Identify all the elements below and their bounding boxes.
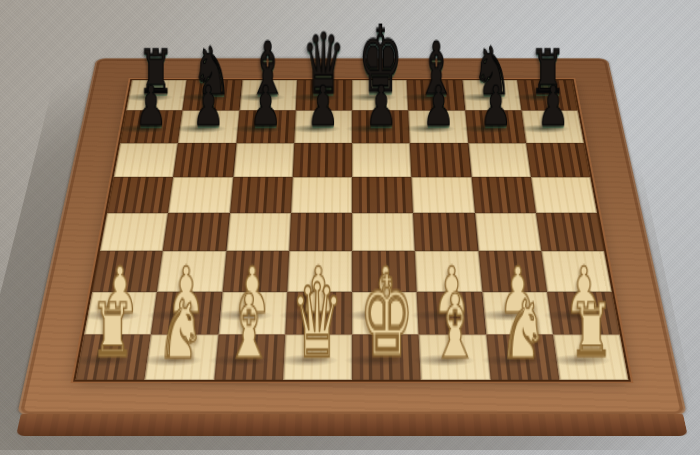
board-grid: ♜♞♝♛♚♝♞♜♟♟♟♟♟♟♟♟♟♟♟♟♟♟♟♟♜♞♝♛♚♝♞♜ [76, 80, 629, 380]
piece-white-knight: ♞ [499, 289, 547, 370]
square-c5[interactable] [230, 177, 293, 213]
piece-black-pawn: ♟ [537, 79, 569, 134]
piece-white-bishop: ♝ [225, 282, 273, 371]
square-h4[interactable] [536, 213, 604, 251]
square-d1[interactable]: ♛ [283, 334, 352, 380]
square-a6[interactable] [114, 143, 178, 177]
square-a5[interactable] [107, 177, 173, 213]
square-g5[interactable] [471, 177, 536, 213]
piece-black-pawn: ♟ [250, 79, 282, 134]
square-b1[interactable]: ♞ [145, 334, 218, 380]
piece-black-pawn: ♟ [307, 79, 339, 134]
piece-white-rook: ♜ [90, 294, 134, 368]
square-a4[interactable] [100, 213, 168, 251]
piece-white-queen: ♛ [291, 271, 343, 373]
square-d7[interactable]: ♟ [294, 111, 352, 143]
board-frame-front-edge [16, 414, 688, 436]
square-c1[interactable]: ♝ [214, 334, 285, 380]
square-b6[interactable] [173, 143, 236, 177]
piece-black-pawn: ♟ [365, 79, 397, 134]
square-g4[interactable] [475, 213, 542, 251]
square-h5[interactable] [531, 177, 597, 213]
square-e4[interactable] [352, 213, 415, 251]
square-e5[interactable] [352, 177, 413, 213]
square-f7[interactable]: ♟ [408, 111, 467, 143]
piece-white-rook: ♜ [570, 294, 614, 368]
square-e6[interactable] [352, 143, 412, 177]
square-c6[interactable] [233, 143, 294, 177]
chessboard-frame: ♜♞♝♛♚♝♞♜♟♟♟♟♟♟♟♟♟♟♟♟♟♟♟♟♜♞♝♛♚♝♞♜ [17, 58, 687, 415]
square-f4[interactable] [413, 213, 478, 251]
square-d5[interactable] [291, 177, 352, 213]
piece-black-pawn: ♟ [422, 79, 454, 134]
square-a1[interactable]: ♜ [76, 334, 152, 380]
square-g7[interactable]: ♟ [465, 111, 526, 143]
square-g6[interactable] [468, 143, 531, 177]
square-b5[interactable] [168, 177, 233, 213]
square-f6[interactable] [410, 143, 471, 177]
square-e1[interactable]: ♚ [352, 334, 421, 380]
square-a7[interactable]: ♟ [120, 111, 183, 143]
square-h7[interactable]: ♟ [521, 111, 584, 143]
square-b7[interactable]: ♟ [178, 111, 239, 143]
square-e7[interactable]: ♟ [352, 111, 410, 143]
piece-white-king: ♚ [359, 262, 413, 374]
square-f1[interactable]: ♝ [419, 334, 490, 380]
square-d6[interactable] [292, 143, 352, 177]
piece-black-pawn: ♟ [192, 79, 224, 134]
square-d4[interactable] [289, 213, 352, 251]
chessboard-scene: ♜♞♝♛♚♝♞♜♟♟♟♟♟♟♟♟♟♟♟♟♟♟♟♟♜♞♝♛♚♝♞♜ [0, 0, 700, 455]
piece-black-pawn: ♟ [135, 79, 167, 134]
square-h6[interactable] [526, 143, 590, 177]
piece-white-knight: ♞ [156, 289, 204, 370]
square-g1[interactable]: ♞ [486, 334, 559, 380]
square-h1[interactable]: ♜ [553, 334, 629, 380]
square-b4[interactable] [163, 213, 230, 251]
piece-black-pawn: ♟ [480, 79, 512, 134]
square-c4[interactable] [226, 213, 291, 251]
square-f5[interactable] [412, 177, 475, 213]
square-c7[interactable]: ♟ [236, 111, 295, 143]
piece-white-bishop: ♝ [431, 282, 479, 371]
carpet-background: ♜♞♝♛♚♝♞♜♟♟♟♟♟♟♟♟♟♟♟♟♟♟♟♟♜♞♝♛♚♝♞♜ [0, 0, 700, 455]
